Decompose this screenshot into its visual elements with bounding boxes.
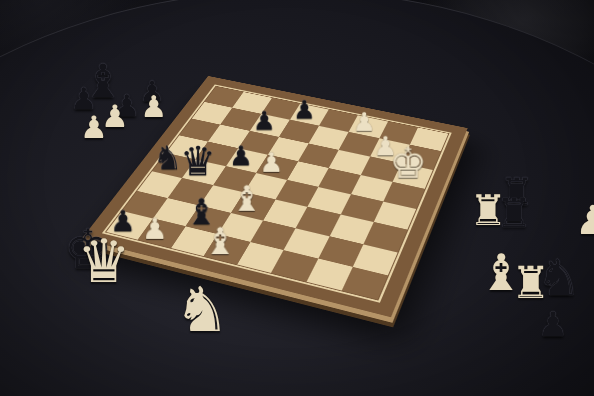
captured-white-queen: ♛: [77, 231, 131, 291]
black-pawn: ♟: [293, 97, 316, 122]
captured-white-pawn: ♟: [141, 92, 168, 122]
captured-black-pawn: ♟: [538, 307, 568, 341]
captured-white-rook: ♜: [511, 261, 550, 305]
white-pawn: ♟: [260, 149, 284, 176]
white-pawn: ♟: [353, 109, 376, 135]
board-square[interactable]: [383, 182, 425, 209]
white-bishop: ♝: [232, 180, 264, 215]
board-square[interactable]: [373, 202, 416, 230]
photo-scene: ♟♟♟♟♚♟♟♞♛♝♝♟♟♝ ♝♟♟♟♟♟♟♚♛♞♜♜♜♝♜♞♟♟: [0, 0, 594, 396]
board-square[interactable]: ♚: [392, 163, 433, 189]
white-king: ♚: [390, 142, 428, 184]
captured-black-rook: ♜: [496, 193, 532, 233]
black-pawn: ♟: [253, 108, 276, 134]
board-square[interactable]: ♛: [182, 159, 225, 185]
board-square[interactable]: ♟: [138, 218, 185, 248]
white-bishop: ♝: [204, 222, 237, 259]
white-pawn: ♟: [142, 214, 168, 243]
captured-white-knight: ♞: [174, 279, 230, 341]
black-queen: ♛: [180, 141, 216, 181]
captured-white-pawn: ♟: [575, 200, 594, 240]
captured-white-pawn: ♟: [80, 112, 108, 143]
black-knight: ♞: [153, 141, 182, 174]
black-pawn: ♟: [229, 142, 253, 169]
